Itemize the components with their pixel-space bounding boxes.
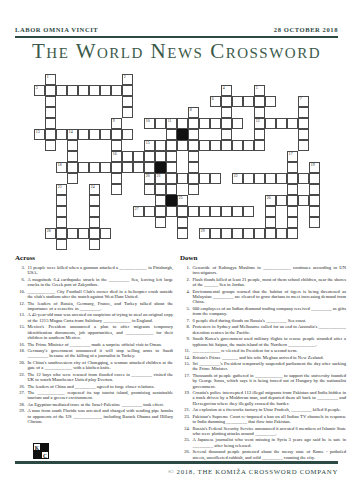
grid-cell[interactable] xyxy=(89,162,100,173)
grid-cell[interactable] xyxy=(111,162,122,173)
grid-cell[interactable] xyxy=(166,184,177,195)
grid-cell[interactable] xyxy=(265,118,276,129)
clue-item: 19.Croatia's police intercepted 113 ille… xyxy=(180,390,346,406)
grid-cell[interactable] xyxy=(67,140,78,151)
grid-cell[interactable] xyxy=(210,228,221,239)
grid-cell[interactable] xyxy=(309,217,320,228)
clue-item: 4.Environmental groups warned that the h… xyxy=(180,289,346,305)
grid-cell[interactable] xyxy=(100,228,111,239)
grid-cell[interactable]: 25 xyxy=(177,195,188,206)
grid-cell[interactable] xyxy=(287,118,298,129)
grid-cell[interactable] xyxy=(298,140,309,151)
cell-number: 16 xyxy=(113,152,117,156)
grid-cell[interactable] xyxy=(254,129,265,140)
grid-cell-empty xyxy=(122,228,133,239)
grid-cell-empty xyxy=(89,151,100,162)
logo-letter-c: C xyxy=(41,451,49,459)
grid-cell[interactable] xyxy=(133,151,144,162)
grid-cell[interactable] xyxy=(287,195,298,206)
logo-letter-k: K xyxy=(33,443,41,451)
grid-cell-empty xyxy=(133,228,144,239)
grid-cell-empty xyxy=(177,184,188,195)
grid-cell-empty xyxy=(177,151,188,162)
grid-cell[interactable] xyxy=(56,129,67,140)
clue-item: 14.Britain's Prince _______ and his wife… xyxy=(180,355,346,360)
grid-cell[interactable] xyxy=(276,173,287,184)
grid-cell[interactable] xyxy=(144,206,155,217)
grid-cell-empty xyxy=(232,85,243,96)
grid-cell[interactable] xyxy=(45,140,56,151)
grid-cell-empty xyxy=(265,129,276,140)
grid-cell-empty xyxy=(298,184,309,195)
clue-item: 18.Germany's government announced it wil… xyxy=(15,348,173,359)
grid-cell[interactable] xyxy=(210,173,221,184)
grid-cell[interactable] xyxy=(78,129,89,140)
clue-item: 1.Genocide of Rohingya Muslims in ______… xyxy=(180,265,346,276)
grid-cell[interactable] xyxy=(122,85,133,96)
grid-cell[interactable] xyxy=(111,85,122,96)
grid-cell-empty xyxy=(221,173,232,184)
grid-cell[interactable] xyxy=(221,206,232,217)
grid-cell-empty xyxy=(34,162,45,173)
grid-cell-empty xyxy=(122,239,133,250)
grid-cell[interactable] xyxy=(155,206,166,217)
grid-cell[interactable] xyxy=(287,173,298,184)
grid-cell[interactable] xyxy=(221,96,232,107)
grid-cell-empty xyxy=(78,118,89,129)
grid-cell[interactable]: 10 xyxy=(144,118,155,129)
grid-cell[interactable]: 22 xyxy=(232,173,243,184)
grid-cell[interactable] xyxy=(177,118,188,129)
grid-cell[interactable] xyxy=(144,162,155,173)
clue-text: A 45-year-old man was arrested on suspic… xyxy=(28,312,174,323)
grid-cell[interactable] xyxy=(166,162,177,173)
masthead-date: 28 OCTOBER 2018 xyxy=(274,26,338,33)
grid-cell[interactable] xyxy=(155,217,166,228)
grid-cell[interactable] xyxy=(287,206,298,217)
grid-cell-empty xyxy=(265,74,276,85)
grid-cell-empty xyxy=(232,107,243,118)
grid-cell[interactable] xyxy=(254,96,265,107)
grid-cell-empty xyxy=(210,239,221,250)
grid-cell[interactable]: 12 xyxy=(254,118,265,129)
grid-cell[interactable] xyxy=(298,173,309,184)
cell-number: 11 xyxy=(168,119,172,123)
grid-cell[interactable] xyxy=(188,129,199,140)
grid-cell-empty xyxy=(122,173,133,184)
grid-cell-empty xyxy=(243,129,254,140)
grid-cell[interactable] xyxy=(56,85,67,96)
grid-cell[interactable] xyxy=(232,206,243,217)
grid-cell-empty xyxy=(188,74,199,85)
grid-cell-empty xyxy=(298,74,309,85)
cell-number: 8 xyxy=(190,108,192,112)
grid-cell[interactable] xyxy=(89,195,100,206)
grid-cell[interactable]: 5 xyxy=(254,85,265,96)
grid-cell-empty xyxy=(67,118,78,129)
grid-cell[interactable] xyxy=(265,206,276,217)
grid-cell-empty xyxy=(78,140,89,151)
clue-text: Russia's Federal Security Service announ… xyxy=(193,426,347,437)
grid-cell[interactable] xyxy=(199,140,210,151)
grid-cell[interactable]: 23 xyxy=(56,184,67,195)
grid-cell[interactable]: 9 xyxy=(111,118,122,129)
grid-cell[interactable] xyxy=(221,228,232,239)
grid-cell[interactable] xyxy=(144,184,155,195)
clue-text: Britain's Prince _______ and his wife Me… xyxy=(193,355,347,360)
grid-cell-empty xyxy=(188,239,199,250)
grid-cell[interactable] xyxy=(298,107,309,118)
clue-number: 2. xyxy=(180,277,193,288)
grid-cell[interactable] xyxy=(45,85,56,96)
grid-cell[interactable] xyxy=(221,129,232,140)
grid-cell[interactable] xyxy=(166,173,177,184)
grid-cell[interactable] xyxy=(111,184,122,195)
grid-cell[interactable] xyxy=(287,184,298,195)
grid-cell[interactable] xyxy=(122,151,133,162)
clue-text: 600 employees of an Indian diamond tradi… xyxy=(193,306,347,317)
clue-text: Several thousand people protested about … xyxy=(193,449,347,460)
grid-cell-empty xyxy=(56,74,67,85)
grid-cell[interactable] xyxy=(254,228,265,239)
grid-cell[interactable] xyxy=(188,162,199,173)
grid-cell[interactable] xyxy=(243,140,254,151)
grid-cell[interactable]: 1 xyxy=(45,74,56,85)
grid-cell-empty xyxy=(243,184,254,195)
grid-cell[interactable] xyxy=(221,140,232,151)
grid-cell[interactable] xyxy=(188,173,199,184)
cell-number: 20 xyxy=(146,174,150,178)
grid-cell[interactable] xyxy=(265,173,276,184)
grid-cell-empty xyxy=(67,107,78,118)
grid-cell[interactable] xyxy=(155,140,166,151)
clue-item: 15.Sri _________'s President temporarily… xyxy=(180,361,346,372)
grid-cell[interactable] xyxy=(276,118,287,129)
grid-cell-empty xyxy=(155,85,166,96)
grid-cell[interactable] xyxy=(67,151,78,162)
grid-cell-empty xyxy=(309,239,320,250)
grid-cell[interactable] xyxy=(188,151,199,162)
grid-cell[interactable] xyxy=(177,140,188,151)
grid-cell-empty xyxy=(155,107,166,118)
grid-cell[interactable] xyxy=(89,85,100,96)
grid-cell[interactable] xyxy=(221,107,232,118)
grid-cell[interactable]: 2 xyxy=(122,74,133,85)
grid-cell[interactable] xyxy=(155,184,166,195)
grid-cell[interactable] xyxy=(155,151,166,162)
grid-cell-empty xyxy=(56,140,67,151)
grid-cell[interactable] xyxy=(155,118,166,129)
grid-cell-empty xyxy=(45,162,56,173)
grid-cell[interactable] xyxy=(56,217,67,228)
grid-cell-empty xyxy=(34,228,45,239)
newspaper-page: LABOR OMNIA VINCIT 28 OCTOBER 2018 The W… xyxy=(0,0,353,500)
grid-cell-empty xyxy=(111,195,122,206)
grid-cell[interactable] xyxy=(243,173,254,184)
grid-cell[interactable] xyxy=(232,118,243,129)
grid-cell[interactable] xyxy=(122,129,133,140)
grid-cell-empty xyxy=(89,74,100,85)
grid-cell[interactable] xyxy=(309,173,320,184)
grid-cell[interactable] xyxy=(45,129,56,140)
grid-cell[interactable] xyxy=(298,118,309,129)
grid-cell[interactable]: 19 xyxy=(309,162,320,173)
grid-cell[interactable] xyxy=(78,85,89,96)
grid-cell[interactable] xyxy=(89,217,100,228)
grid-cell[interactable]: 11 xyxy=(166,118,177,129)
grid-cell-empty xyxy=(276,96,287,107)
grid-cell[interactable] xyxy=(166,151,177,162)
clue-number: 20. xyxy=(15,360,28,371)
grid-cell[interactable] xyxy=(111,140,122,151)
grid-cell-empty xyxy=(276,151,287,162)
grid-cell[interactable] xyxy=(89,239,100,250)
grid-cell[interactable] xyxy=(276,228,287,239)
grid-cell[interactable]: 17 xyxy=(287,151,298,162)
grid-cell-empty xyxy=(276,129,287,140)
grid-cell-empty xyxy=(210,151,221,162)
clue-text: The 12 boys who were rescued from floode… xyxy=(28,372,174,383)
grid-cell[interactable]: 7 xyxy=(298,96,309,107)
grid-cell[interactable]: 21 xyxy=(155,173,166,184)
cell-number: 2 xyxy=(124,75,126,79)
grid-cell[interactable] xyxy=(243,96,254,107)
grid-cell[interactable] xyxy=(166,206,177,217)
grid-cell-empty xyxy=(221,162,232,173)
grid-cell-empty xyxy=(298,206,309,217)
grid-cell[interactable] xyxy=(67,173,78,184)
grid-cell-empty xyxy=(243,239,254,250)
grid-cell[interactable]: 3 xyxy=(34,85,45,96)
grid-cell[interactable] xyxy=(67,162,78,173)
grid-cell[interactable] xyxy=(232,228,243,239)
grid-cell[interactable] xyxy=(177,173,188,184)
grid-cell-empty xyxy=(243,85,254,96)
grid-cell-empty xyxy=(56,118,67,129)
clue-number: 21. xyxy=(180,407,193,412)
grid-cell-empty xyxy=(232,184,243,195)
grid-cell[interactable]: 6 xyxy=(210,96,221,107)
grid-cell-empty xyxy=(34,140,45,151)
grid-cell-empty xyxy=(287,74,298,85)
grid-cell[interactable] xyxy=(309,195,320,206)
grid-cell[interactable] xyxy=(111,129,122,140)
grid-cell[interactable] xyxy=(122,162,133,173)
grid-cell[interactable] xyxy=(100,129,111,140)
grid-cell[interactable] xyxy=(199,173,210,184)
grid-cell[interactable] xyxy=(56,228,67,239)
grid-cell[interactable] xyxy=(265,217,276,228)
grid-cell[interactable]: 28 xyxy=(45,228,56,239)
grid-cell[interactable] xyxy=(166,129,177,140)
grid-cell-empty xyxy=(265,140,276,151)
grid-cell-empty xyxy=(78,195,89,206)
page-title: The World News Crossword xyxy=(0,39,353,64)
grid-cell[interactable]: 16 xyxy=(111,151,122,162)
grid-cell[interactable]: 18 xyxy=(56,162,67,173)
grid-cell[interactable] xyxy=(100,85,111,96)
grid-cell[interactable]: 14 xyxy=(67,129,78,140)
grid-cell-empty xyxy=(276,162,287,173)
grid-cell[interactable] xyxy=(111,173,122,184)
clue-number: 10. xyxy=(15,289,28,300)
grid-cell[interactable] xyxy=(232,140,243,151)
grid-cell-empty xyxy=(56,151,67,162)
grid-cell-empty xyxy=(298,228,309,239)
clue-number: 19. xyxy=(180,390,193,406)
grid-cell-empty xyxy=(221,74,232,85)
grid-cell-empty xyxy=(100,107,111,118)
clue-item: 15.Mexico's President announced a plan t… xyxy=(15,324,173,340)
grid-cell[interactable] xyxy=(287,228,298,239)
grid-cell[interactable] xyxy=(45,107,56,118)
grid-cell-empty xyxy=(232,195,243,206)
grid-cell[interactable] xyxy=(67,228,78,239)
grid-cell[interactable] xyxy=(155,195,166,206)
grid-cell-empty xyxy=(188,228,199,239)
grid-cell-empty xyxy=(144,74,155,85)
grid-cell-empty xyxy=(34,151,45,162)
cell-number: 22 xyxy=(234,174,238,178)
grid-cell-empty xyxy=(78,217,89,228)
grid-cell[interactable] xyxy=(243,206,254,217)
grid-cell[interactable] xyxy=(298,195,309,206)
grid-cell[interactable] xyxy=(265,96,276,107)
grid-cell[interactable]: 29 xyxy=(199,228,210,239)
grid-cell[interactable] xyxy=(199,206,210,217)
grid-cell[interactable]: 20 xyxy=(144,173,155,184)
grid-cell-empty xyxy=(45,184,56,195)
clue-item: 2.Flash floods killed at least 21 people… xyxy=(180,277,346,288)
grid-cell-empty xyxy=(287,85,298,96)
grid-cell-empty xyxy=(133,74,144,85)
grid-cell-empty xyxy=(45,206,56,217)
clue-number: 13. xyxy=(15,312,28,323)
grid-cell[interactable] xyxy=(265,228,276,239)
grid-cell-empty xyxy=(177,85,188,96)
clue-number: 18. xyxy=(15,348,28,359)
grid-cell[interactable] xyxy=(309,184,320,195)
grid-cell[interactable] xyxy=(78,228,89,239)
grid-cell[interactable] xyxy=(56,239,67,250)
grid-cell[interactable]: 4 xyxy=(221,85,232,96)
grid-cell[interactable] xyxy=(287,217,298,228)
grid-cell-empty xyxy=(122,195,133,206)
grid-cell[interactable] xyxy=(56,195,67,206)
grid-cell[interactable] xyxy=(177,206,188,217)
grid-cell-empty xyxy=(265,162,276,173)
grid-cell-empty xyxy=(221,239,232,250)
grid-cell-empty xyxy=(232,217,243,228)
grid-cell-empty xyxy=(100,239,111,250)
grid-cell[interactable]: 24 xyxy=(89,184,100,195)
grid-cell[interactable]: 13 xyxy=(34,129,45,140)
grid-cell-empty xyxy=(34,96,45,107)
grid-cell-empty xyxy=(166,85,177,96)
grid-cell[interactable] xyxy=(254,107,265,118)
grid-cell-empty xyxy=(177,107,188,118)
grid-cell[interactable] xyxy=(276,195,287,206)
grid-cell-empty xyxy=(133,173,144,184)
grid-cell-empty xyxy=(45,173,56,184)
grid-cell[interactable] xyxy=(210,118,221,129)
clue-text: An explosion at a fireworks factory in U… xyxy=(193,407,347,412)
clue-item: 28.An Egyptian-mediated truce at the Isr… xyxy=(15,402,173,407)
grid-cell-empty xyxy=(133,140,144,151)
grid-cell[interactable] xyxy=(133,162,144,173)
grid-cell[interactable]: 8 xyxy=(188,107,199,118)
grid-cell[interactable] xyxy=(89,129,100,140)
grid-cell[interactable]: 15 xyxy=(144,140,155,151)
grid-cell[interactable] xyxy=(122,96,133,107)
grid-cell-empty xyxy=(309,107,320,118)
grid-cell-empty xyxy=(265,239,276,250)
grid-cell[interactable] xyxy=(210,140,221,151)
grid-cell[interactable] xyxy=(188,118,199,129)
grid-cell[interactable] xyxy=(100,162,111,173)
grid-cell[interactable] xyxy=(89,206,100,217)
grid-cell[interactable] xyxy=(188,206,199,217)
grid-cell-empty xyxy=(67,184,78,195)
grid-cell[interactable] xyxy=(309,206,320,217)
grid-cell[interactable] xyxy=(232,96,243,107)
grid-cell-empty xyxy=(122,217,133,228)
grid-cell-empty xyxy=(100,140,111,151)
grid-cell[interactable] xyxy=(56,206,67,217)
grid-cell[interactable] xyxy=(199,118,210,129)
grid-cell[interactable] xyxy=(188,140,199,151)
grid-cell[interactable] xyxy=(210,206,221,217)
grid-cell[interactable] xyxy=(89,228,100,239)
grid-cell-empty xyxy=(67,96,78,107)
grid-cell[interactable]: 26 xyxy=(265,195,276,206)
grid-cell-empty xyxy=(188,85,199,96)
grid-cell-empty xyxy=(243,217,254,228)
clue-number: 28. xyxy=(15,402,28,407)
grid-cell[interactable] xyxy=(78,162,89,173)
grid-cell[interactable] xyxy=(221,118,232,129)
grid-cell-empty xyxy=(199,239,210,250)
grid-cell[interactable] xyxy=(177,228,188,239)
grid-cell[interactable] xyxy=(254,140,265,151)
grid-cell-empty xyxy=(155,96,166,107)
clue-item: 22.The 12 boys who were rescued from flo… xyxy=(15,372,173,383)
grid-cell[interactable] xyxy=(45,118,56,129)
grid-cell[interactable] xyxy=(287,162,298,173)
grid-cell[interactable] xyxy=(177,217,188,228)
grid-cell[interactable] xyxy=(188,184,199,195)
grid-cell[interactable] xyxy=(45,96,56,107)
grid-cell[interactable] xyxy=(67,85,78,96)
clue-item: 21.An explosion at a fireworks factory i… xyxy=(180,407,346,412)
grid-cell[interactable] xyxy=(298,129,309,140)
grid-cell[interactable]: 27 xyxy=(133,206,144,217)
grid-cell[interactable] xyxy=(166,140,177,151)
grid-cell-black xyxy=(155,162,166,173)
grid-cell-black xyxy=(177,129,188,140)
clue-number: 9. xyxy=(180,336,193,347)
grid-cell-empty xyxy=(210,217,221,228)
grid-cell[interactable] xyxy=(122,107,133,118)
clue-text: Flash floods killed at least 21 people, … xyxy=(193,277,347,288)
grid-cell-empty xyxy=(89,140,100,151)
grid-cell[interactable] xyxy=(254,173,265,184)
grid-cell[interactable] xyxy=(243,228,254,239)
grid-cell[interactable] xyxy=(144,151,155,162)
grid-cell-empty xyxy=(78,206,89,217)
cell-number: 24 xyxy=(91,185,95,189)
grid-cell-empty xyxy=(287,96,298,107)
